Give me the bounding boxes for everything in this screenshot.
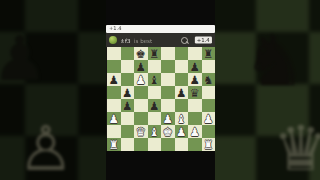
right-dim-overlay [215,0,320,180]
black-pawn-piece: ♟ [109,74,119,86]
square-d8[interactable]: ♜ [148,47,162,60]
white-pawn-piece: ♟ [109,113,119,125]
square-g2[interactable]: ♟ [188,125,202,138]
square-g6[interactable]: ♟ [188,73,202,86]
square-h5[interactable] [202,86,216,99]
square-b3[interactable] [121,112,135,125]
black-rook-piece: ♜ [203,48,213,60]
square-e6[interactable] [161,73,175,86]
square-e2[interactable]: ♚ [161,125,175,138]
square-b1[interactable] [121,138,135,151]
white-bishop-piece: ♝ [176,113,186,125]
letterbox-bottom [106,151,215,180]
square-g8[interactable] [188,47,202,60]
square-h7[interactable] [202,60,216,73]
search-icon[interactable] [181,37,188,44]
square-b2[interactable] [121,125,135,138]
black-pawn-piece: ♟ [122,87,132,99]
square-f1[interactable] [175,138,189,151]
white-pawn-piece: ♟ [203,113,213,125]
letterbox-top [106,0,215,25]
chess-board[interactable]: ♚♜♜♟♟♟♟♝♟♞♟♟♛♟♟♟♟♝♟♛♝♚♟♟♜♜ [107,47,215,151]
black-pawn-piece: ♟ [122,100,132,112]
white-pawn-piece: ♟ [190,126,200,138]
square-e5[interactable] [161,86,175,99]
square-h3[interactable]: ♟ [202,112,216,125]
square-b7[interactable] [121,60,135,73]
black-bishop-piece: ♝ [149,74,159,86]
square-c5[interactable] [134,86,148,99]
square-c1[interactable] [134,138,148,151]
white-queen-piece: ♛ [136,126,146,138]
black-pawn-piece: ♟ [136,61,146,73]
white-pawn-piece: ♟ [176,126,186,138]
square-f7[interactable] [175,60,189,73]
black-pawn-piece: ♟ [190,74,200,86]
square-c6[interactable]: ♟ [134,73,148,86]
square-g5[interactable]: ♛ [188,86,202,99]
square-a2[interactable] [107,125,121,138]
background-blur-left: ♟ ♙ [0,0,106,180]
square-h1[interactable]: ♜ [202,138,216,151]
square-c7[interactable]: ♟ [134,60,148,73]
square-e3[interactable]: ♟ [161,112,175,125]
coach-avatar [109,36,117,44]
square-e8[interactable] [161,47,175,60]
square-c3[interactable] [134,112,148,125]
square-d6[interactable]: ♝ [148,73,162,86]
left-dim-overlay [0,0,106,180]
white-pawn-piece: ♟ [136,74,146,86]
square-d2[interactable]: ♝ [148,125,162,138]
review-suggestion-bar[interactable]: ♗f3 is best +1.4 [106,33,215,47]
white-rook-piece: ♜ [203,139,213,151]
square-b6[interactable] [121,73,135,86]
square-g1[interactable] [188,138,202,151]
square-f8[interactable] [175,47,189,60]
square-b4[interactable]: ♟ [121,99,135,112]
square-a6[interactable]: ♟ [107,73,121,86]
black-knight-piece: ♞ [203,74,213,86]
square-g3[interactable] [188,112,202,125]
square-a1[interactable]: ♜ [107,138,121,151]
square-d4[interactable]: ♟ [148,99,162,112]
square-h8[interactable]: ♜ [202,47,216,60]
square-e7[interactable] [161,60,175,73]
square-h4[interactable] [202,99,216,112]
best-move-label: is best [134,37,152,43]
square-d1[interactable] [148,138,162,151]
square-g7[interactable]: ♟ [188,60,202,73]
square-a4[interactable] [107,99,121,112]
square-c4[interactable] [134,99,148,112]
video-frame: ♟ ♙ ♞ ♛ +1.4 ♗f3 is best +1.4 ♚♜♜♟♟♟♟♝♟♞… [0,0,320,180]
square-d5[interactable] [148,86,162,99]
square-d3[interactable] [148,112,162,125]
square-e1[interactable] [161,138,175,151]
best-move-text: ♗f3 [120,37,130,43]
square-g4[interactable] [188,99,202,112]
square-b8[interactable] [121,47,135,60]
square-e4[interactable] [161,99,175,112]
square-f2[interactable]: ♟ [175,125,189,138]
black-queen-piece: ♛ [190,87,200,99]
square-h6[interactable]: ♞ [202,73,216,86]
square-f6[interactable] [175,73,189,86]
square-f5[interactable]: ♟ [175,86,189,99]
evaluation-text: +1.4 [109,26,121,31]
evaluation-badge[interactable]: +1.4 [195,36,212,43]
white-rook-piece: ♜ [109,139,119,151]
square-b5[interactable]: ♟ [121,86,135,99]
evaluation-bar: +1.4 [106,25,215,33]
black-pawn-piece: ♟ [190,61,200,73]
black-pawn-piece: ♟ [149,100,159,112]
square-a3[interactable]: ♟ [107,112,121,125]
square-h2[interactable] [202,125,216,138]
square-a8[interactable] [107,47,121,60]
square-f4[interactable] [175,99,189,112]
square-f3[interactable]: ♝ [175,112,189,125]
square-d7[interactable] [148,60,162,73]
black-rook-piece: ♜ [149,48,159,60]
white-pawn-piece: ♟ [163,113,173,125]
square-a5[interactable] [107,86,121,99]
white-king-piece: ♚ [163,126,173,138]
square-a7[interactable] [107,60,121,73]
black-pawn-piece: ♟ [176,87,186,99]
square-c8[interactable]: ♚ [134,47,148,60]
black-king-piece: ♚ [136,48,146,60]
white-bishop-piece: ♝ [149,126,159,138]
background-blur-right: ♞ ♛ [215,0,320,180]
square-c2[interactable]: ♛ [134,125,148,138]
